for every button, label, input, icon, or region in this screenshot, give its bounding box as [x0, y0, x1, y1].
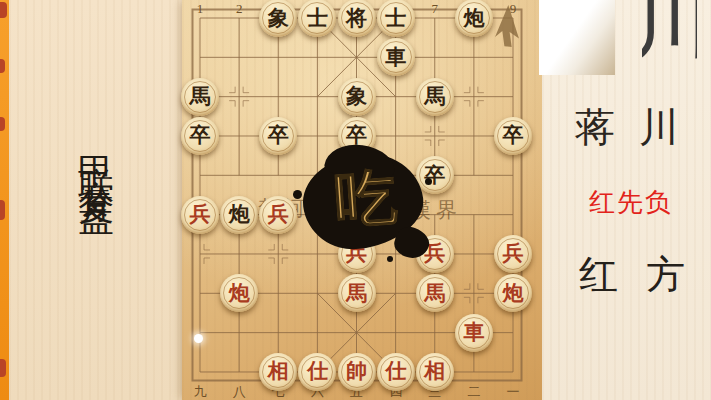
piece-black-象[interactable]: 象	[338, 78, 376, 116]
piece-glyph: 馬	[424, 283, 445, 304]
piece-red-仕[interactable]: 仕	[377, 353, 415, 391]
coord-bottom-二: 二	[463, 383, 485, 400]
piece-glyph: 将	[346, 8, 367, 29]
piece-glyph: 兵	[503, 243, 524, 264]
piece-glyph: 馬	[190, 86, 211, 107]
piece-glyph: 相	[424, 361, 445, 382]
piece-red-兵[interactable]: 兵	[181, 196, 219, 234]
piece-red-相[interactable]: 相	[416, 353, 454, 391]
coord-top-2: 2	[228, 1, 250, 17]
piece-glyph: 兵	[268, 204, 289, 225]
piece-glyph: 仕	[307, 361, 328, 382]
piece-black-馬[interactable]: 馬	[181, 78, 219, 116]
piece-red-馬[interactable]: 馬	[338, 274, 376, 312]
piece-glyph: 卒	[503, 125, 524, 146]
piece-glyph: 象	[268, 8, 289, 29]
piece-red-車[interactable]: 車	[455, 314, 493, 352]
piece-glyph: 帥	[346, 361, 367, 382]
left-edge-orange-strip	[0, 0, 9, 400]
piece-red-帥[interactable]: 帥	[338, 353, 376, 391]
player-name: 蒋川	[575, 100, 703, 155]
piece-black-卒[interactable]: 卒	[494, 117, 532, 155]
piece-glyph: 炮	[229, 283, 250, 304]
app-window: 甲联赛复盘 楚河 漢界 123456789九八七六五四三二一 象士将士炮車馬象馬…	[0, 0, 711, 400]
coord-bottom-一: 一	[502, 383, 524, 400]
player-photo	[539, 0, 615, 75]
ink-dot	[387, 256, 393, 262]
xiangqi-board[interactable]: 楚河 漢界 123456789九八七六五四三二一 象士将士炮車馬象馬卒卒卒卒卒炮…	[182, 0, 542, 400]
piece-glyph: 卒	[268, 125, 289, 146]
coord-top-7: 7	[424, 1, 446, 17]
game-result: 红先负	[589, 185, 673, 220]
capture-ink-effect: 吃	[295, 148, 437, 266]
piece-glyph: 馬	[424, 86, 445, 107]
piece-black-士[interactable]: 士	[377, 0, 415, 37]
piece-glyph: 炮	[463, 8, 484, 29]
piece-glyph: 卒	[190, 125, 211, 146]
piece-glyph: 車	[463, 322, 484, 343]
piece-red-兵[interactable]: 兵	[259, 196, 297, 234]
left-panel: 甲联赛复盘	[9, 0, 182, 400]
piece-red-相[interactable]: 相	[259, 353, 297, 391]
piece-glyph: 象	[346, 86, 367, 107]
coord-bottom-九: 九	[189, 383, 211, 400]
piece-glyph: 車	[385, 47, 406, 68]
right-panel: 川 蒋川 红先负 红方	[542, 0, 711, 400]
piece-glyph: 炮	[229, 204, 250, 225]
big-char-decoration: 川	[642, 0, 697, 88]
piece-glyph: 相	[268, 361, 289, 382]
piece-black-炮[interactable]: 炮	[455, 0, 493, 37]
edge-artifact	[0, 2, 7, 18]
piece-glyph: 炮	[503, 283, 524, 304]
piece-black-卒[interactable]: 卒	[259, 117, 297, 155]
move-indicator-dot	[194, 334, 203, 343]
edge-artifact	[0, 200, 5, 220]
edge-artifact	[0, 117, 5, 131]
edge-artifact	[0, 359, 6, 377]
piece-glyph: 士	[307, 8, 328, 29]
piece-glyph: 兵	[190, 204, 211, 225]
piece-glyph: 馬	[346, 283, 367, 304]
big-char-glyph: 川	[642, 0, 697, 73]
capture-text: 吃	[293, 163, 439, 235]
piece-black-馬[interactable]: 馬	[416, 78, 454, 116]
replay-title: 甲联赛复盘	[71, 128, 120, 183]
wood-grain	[9, 0, 182, 400]
piece-glyph: 卒	[346, 125, 367, 146]
piece-red-兵[interactable]: 兵	[494, 235, 532, 273]
piece-red-馬[interactable]: 馬	[416, 274, 454, 312]
piece-glyph: 士	[385, 8, 406, 29]
piece-black-炮[interactable]: 炮	[220, 196, 258, 234]
piece-black-車[interactable]: 車	[377, 38, 415, 76]
piece-glyph: 仕	[385, 361, 406, 382]
piece-black-卒[interactable]: 卒	[181, 117, 219, 155]
edge-artifact	[0, 59, 5, 73]
side-label: 红方	[579, 248, 711, 302]
piece-black-将[interactable]: 将	[338, 0, 376, 37]
coord-top-1: 1	[189, 1, 211, 17]
coord-bottom-八: 八	[228, 383, 250, 400]
